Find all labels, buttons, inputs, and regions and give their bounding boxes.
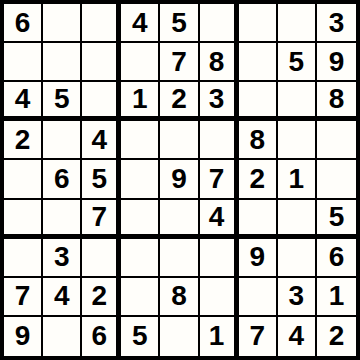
cell-r4c3: 4 — [82, 121, 121, 160]
cell-r6c1[interactable] — [4, 200, 43, 239]
cell-r6c4[interactable] — [121, 200, 160, 239]
cell-r6c5[interactable] — [160, 200, 199, 239]
cell-r2c8: 5 — [278, 43, 317, 82]
cell-r6c2[interactable] — [43, 200, 82, 239]
cell-r9c6: 1 — [200, 317, 239, 356]
cell-r7c3[interactable] — [82, 239, 121, 278]
sudoku-board: 6453785945123824865972174539674283196517… — [0, 0, 360, 360]
cell-r4c7: 8 — [239, 121, 278, 160]
cell-r5c3: 5 — [82, 160, 121, 199]
cell-r6c8[interactable] — [278, 200, 317, 239]
cell-r9c4: 5 — [121, 317, 160, 356]
cell-r8c1: 7 — [4, 278, 43, 317]
cell-r5c6: 7 — [200, 160, 239, 199]
cell-r3c3[interactable] — [82, 82, 121, 121]
cell-r9c2[interactable] — [43, 317, 82, 356]
cell-r3c9: 8 — [317, 82, 356, 121]
cell-r2c2[interactable] — [43, 43, 82, 82]
cell-r3c4: 1 — [121, 82, 160, 121]
cell-r7c1[interactable] — [4, 239, 43, 278]
cell-r4c1: 2 — [4, 121, 43, 160]
cell-r3c8[interactable] — [278, 82, 317, 121]
cell-r6c7[interactable] — [239, 200, 278, 239]
cell-r2c5: 7 — [160, 43, 199, 82]
cell-r9c1: 9 — [4, 317, 43, 356]
cell-r5c8: 1 — [278, 160, 317, 199]
cell-r7c7: 9 — [239, 239, 278, 278]
cell-r2c3[interactable] — [82, 43, 121, 82]
cell-r8c3: 2 — [82, 278, 121, 317]
cell-r6c6: 4 — [200, 200, 239, 239]
cell-r1c6[interactable] — [200, 4, 239, 43]
cell-r8c4[interactable] — [121, 278, 160, 317]
cell-r5c1[interactable] — [4, 160, 43, 199]
cell-r5c5: 9 — [160, 160, 199, 199]
cell-r9c9: 2 — [317, 317, 356, 356]
cell-r7c4[interactable] — [121, 239, 160, 278]
cell-r2c7[interactable] — [239, 43, 278, 82]
cell-r3c1: 4 — [4, 82, 43, 121]
cell-r7c6[interactable] — [200, 239, 239, 278]
cell-r8c5: 8 — [160, 278, 199, 317]
cell-r2c4[interactable] — [121, 43, 160, 82]
cell-r4c5[interactable] — [160, 121, 199, 160]
cell-r3c7[interactable] — [239, 82, 278, 121]
cell-r9c7: 7 — [239, 317, 278, 356]
cell-r1c7[interactable] — [239, 4, 278, 43]
cell-r1c5: 5 — [160, 4, 199, 43]
cell-r8c9: 1 — [317, 278, 356, 317]
cell-r1c2[interactable] — [43, 4, 82, 43]
cell-r4c9[interactable] — [317, 121, 356, 160]
cell-r8c8: 3 — [278, 278, 317, 317]
cell-r5c9[interactable] — [317, 160, 356, 199]
cell-r4c4[interactable] — [121, 121, 160, 160]
cell-r8c2: 4 — [43, 278, 82, 317]
cell-r5c7: 2 — [239, 160, 278, 199]
cell-r4c8[interactable] — [278, 121, 317, 160]
cell-r7c2: 3 — [43, 239, 82, 278]
cell-r8c7[interactable] — [239, 278, 278, 317]
cell-r8c6[interactable] — [200, 278, 239, 317]
cell-r7c5[interactable] — [160, 239, 199, 278]
cell-r1c1: 6 — [4, 4, 43, 43]
cell-r1c4: 4 — [121, 4, 160, 43]
cell-r5c4[interactable] — [121, 160, 160, 199]
cell-r7c9: 6 — [317, 239, 356, 278]
cell-r3c2: 5 — [43, 82, 82, 121]
cell-r6c9: 5 — [317, 200, 356, 239]
cell-r7c8[interactable] — [278, 239, 317, 278]
cell-r2c1[interactable] — [4, 43, 43, 82]
cell-r1c8[interactable] — [278, 4, 317, 43]
cell-r3c5: 2 — [160, 82, 199, 121]
cell-r4c6[interactable] — [200, 121, 239, 160]
cell-r9c3: 6 — [82, 317, 121, 356]
cell-r2c6: 8 — [200, 43, 239, 82]
cell-r4c2[interactable] — [43, 121, 82, 160]
cell-r3c6: 3 — [200, 82, 239, 121]
cell-r5c2: 6 — [43, 160, 82, 199]
cell-r2c9: 9 — [317, 43, 356, 82]
cell-r1c9: 3 — [317, 4, 356, 43]
cell-r1c3[interactable] — [82, 4, 121, 43]
cell-r6c3: 7 — [82, 200, 121, 239]
cell-r9c5[interactable] — [160, 317, 199, 356]
cell-r9c8: 4 — [278, 317, 317, 356]
